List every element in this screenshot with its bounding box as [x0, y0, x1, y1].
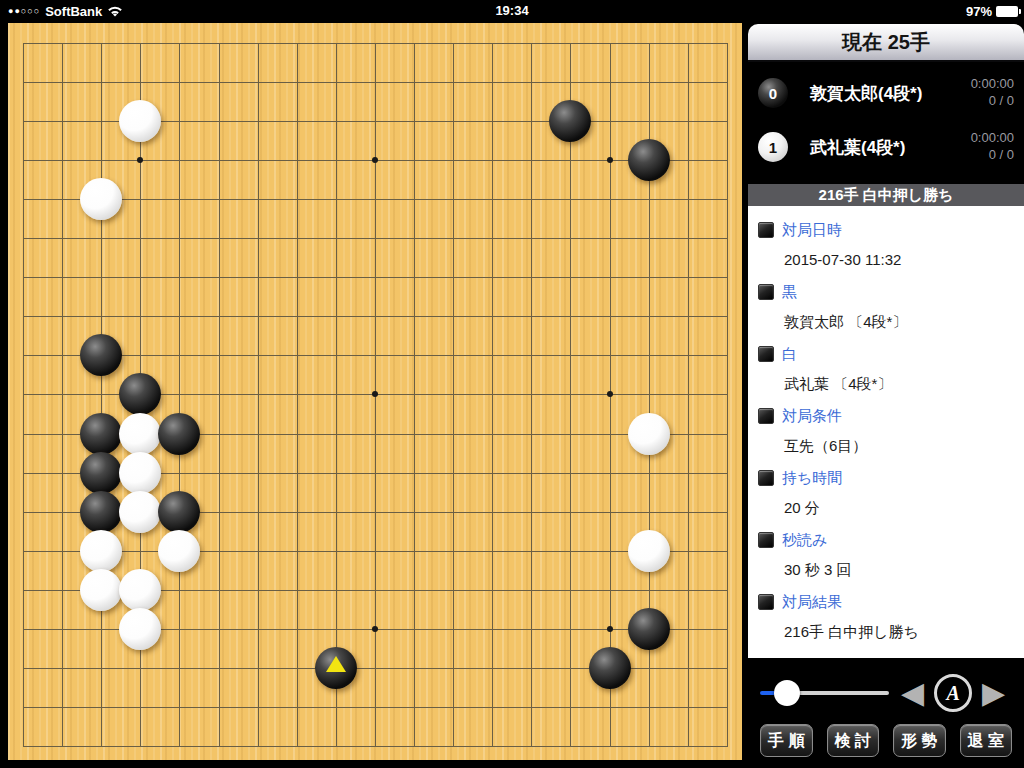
white-stone: [119, 491, 161, 533]
info-value: 互先（6目）: [758, 432, 1014, 462]
grid-line: [23, 707, 728, 708]
grid-line: [570, 43, 571, 747]
grid-line: [23, 746, 728, 747]
info-item: 白武礼葉 〔4段*〕: [758, 338, 1014, 400]
status-bar: ●●○○○ SoftBank 19:34 97%: [0, 0, 1024, 22]
status-right: 97%: [966, 0, 1018, 22]
prev-move-button[interactable]: ◀: [901, 678, 924, 708]
grid-line: [531, 43, 532, 747]
black-stone: [80, 452, 122, 494]
white-stone: [119, 569, 161, 611]
black-stone: [158, 491, 200, 533]
white-capture-count-stone: 1: [758, 132, 788, 162]
black-stone: [158, 413, 200, 455]
playback-controls: ◀ A ▶: [748, 670, 1024, 716]
action-buttons-row: 手 順検 討形 勢退 室: [748, 724, 1024, 757]
info-item: 対局条件互先（6目）: [758, 400, 1014, 462]
star-point: [607, 391, 613, 397]
white-stone: [119, 413, 161, 455]
info-label: 白: [782, 345, 797, 364]
slider-empty-track: [787, 691, 889, 695]
move-slider[interactable]: [760, 680, 889, 706]
star-point: [607, 157, 613, 163]
bullet-icon: [758, 284, 774, 300]
info-value: 敦賀太郎 〔4段*〕: [758, 308, 1014, 338]
next-move-button[interactable]: ▶: [982, 678, 1005, 708]
bullet-icon: [758, 346, 774, 362]
info-value: 20 分: [758, 494, 1014, 524]
player-row: 1武礼葉(4段*)0:00:000 / 0: [758, 124, 1014, 170]
review-button[interactable]: 検 討: [827, 724, 880, 757]
player-name: 武礼葉(4段*): [810, 136, 971, 159]
clock-time: 19:34: [0, 0, 1024, 22]
info-item: 秒読み30 秒 3 回: [758, 524, 1014, 586]
grid-line: [492, 43, 493, 747]
info-value: 武礼葉 〔4段*〕: [758, 370, 1014, 400]
info-label: 黒: [782, 283, 797, 302]
info-item: 対局結果216手 白中押し勝ち: [758, 586, 1014, 648]
game-info-panel: 対局日時2015-07-30 11:32黒敦賀太郎 〔4段*〕白武礼葉 〔4段*…: [748, 206, 1024, 658]
info-label: 対局結果: [782, 593, 842, 612]
white-stone: [628, 413, 670, 455]
black-stone: [80, 491, 122, 533]
bullet-icon: [758, 222, 774, 238]
player-clock: 0:00:000 / 0: [971, 76, 1014, 110]
white-stone: [80, 569, 122, 611]
bullet-icon: [758, 532, 774, 548]
info-value: 216手 白中押し勝ち: [758, 618, 1014, 648]
player-clock: 0:00:000 / 0: [971, 130, 1014, 164]
grid-line: [23, 551, 728, 552]
black-stone: [80, 334, 122, 376]
star-point: [372, 626, 378, 632]
black-stone: [628, 139, 670, 181]
game-result-bar: 216手 白中押し勝ち: [748, 184, 1024, 206]
white-stone: [80, 178, 122, 220]
black-stone: [80, 413, 122, 455]
star-point: [607, 626, 613, 632]
auto-play-button[interactable]: A: [934, 674, 972, 712]
battery-icon: [996, 6, 1018, 17]
grid-line: [688, 43, 689, 747]
info-item: 対局日時2015-07-30 11:32: [758, 214, 1014, 276]
white-stone: [628, 530, 670, 572]
bullet-icon: [758, 594, 774, 610]
player-name: 敦賀太郎(4段*): [810, 82, 971, 105]
moves-button[interactable]: 手 順: [760, 724, 813, 757]
star-point: [372, 391, 378, 397]
go-app-screen: ●●○○○ SoftBank 19:34 97% 現在 25手 0敦賀太郎(4段…: [0, 0, 1024, 768]
black-stone: [119, 373, 161, 415]
black-stone: [549, 100, 591, 142]
position-eval-button[interactable]: 形 勢: [893, 724, 946, 757]
players-section: 0敦賀太郎(4段*)0:00:000 / 01武礼葉(4段*)0:00:000 …: [748, 70, 1024, 170]
grid-line: [453, 43, 454, 747]
white-stone: [158, 530, 200, 572]
black-capture-count-stone: 0: [758, 78, 788, 108]
white-stone: [119, 608, 161, 650]
last-move-triangle-marker: [326, 656, 346, 672]
info-label: 秒読み: [782, 531, 827, 550]
info-label: 対局条件: [782, 407, 842, 426]
grid-line: [414, 43, 415, 747]
bullet-icon: [758, 408, 774, 424]
info-item: 黒敦賀太郎 〔4段*〕: [758, 276, 1014, 338]
info-value: 30 秒 3 回: [758, 556, 1014, 586]
star-point: [137, 157, 143, 163]
star-point: [372, 157, 378, 163]
black-stone: [589, 647, 631, 689]
info-label: 対局日時: [782, 221, 842, 240]
info-value: 2015-07-30 11:32: [758, 246, 1014, 276]
grid-line: [727, 43, 728, 747]
white-stone: [80, 530, 122, 572]
exit-button[interactable]: 退 室: [960, 724, 1013, 757]
battery-percent: 97%: [966, 4, 992, 19]
white-stone: [119, 452, 161, 494]
slider-knob[interactable]: [774, 680, 800, 706]
info-item: 持ち時間20 分: [758, 462, 1014, 524]
sidebar: 現在 25手 0敦賀太郎(4段*)0:00:000 / 01武礼葉(4段*)0:…: [748, 22, 1024, 768]
black-stone: [628, 608, 670, 650]
move-counter-header: 現在 25手: [748, 24, 1024, 62]
info-label: 持ち時間: [782, 469, 842, 488]
go-board[interactable]: [8, 23, 742, 760]
player-row: 0敦賀太郎(4段*)0:00:000 / 0: [758, 70, 1014, 116]
bullet-icon: [758, 470, 774, 486]
white-stone: [119, 100, 161, 142]
